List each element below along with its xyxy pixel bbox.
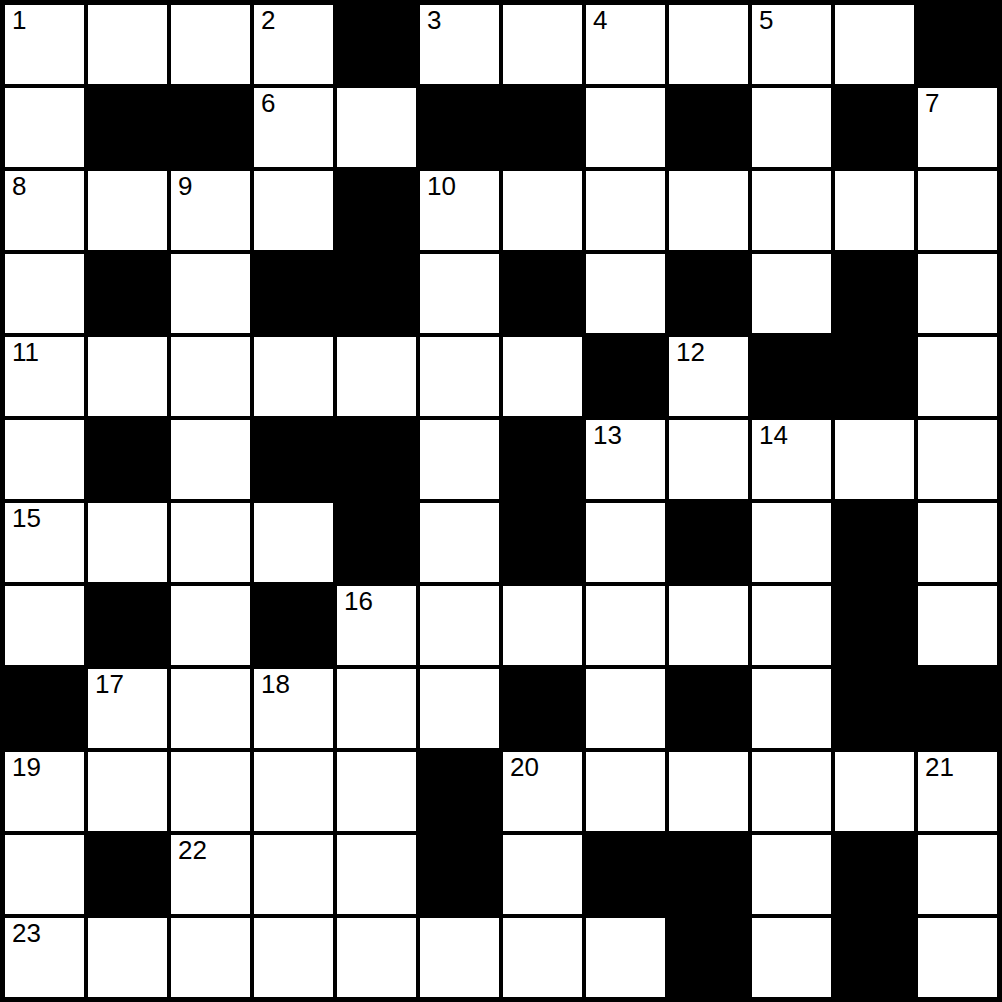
clue-number: 21 [925, 753, 954, 783]
block-cell [669, 918, 748, 997]
clue-number: 22 [178, 836, 207, 866]
block-cell [835, 669, 914, 748]
letter-cell[interactable] [586, 669, 665, 748]
letter-cell[interactable] [835, 5, 914, 84]
block-cell [835, 337, 914, 416]
block-cell [918, 669, 997, 748]
letter-cell[interactable]: 16 [337, 586, 416, 665]
block-cell [669, 835, 748, 914]
block-cell [835, 835, 914, 914]
clue-number: 14 [759, 421, 788, 451]
block-cell [503, 669, 582, 748]
letter-cell[interactable] [752, 171, 831, 250]
letter-cell[interactable]: 17 [88, 669, 167, 748]
letter-cell[interactable]: 8 [5, 171, 84, 250]
clue-number: 2 [261, 6, 275, 36]
clue-number: 23 [12, 919, 41, 949]
letter-cell[interactable] [586, 503, 665, 582]
letter-cell[interactable] [503, 835, 582, 914]
letter-cell[interactable] [918, 337, 997, 416]
block-cell [88, 88, 167, 167]
clue-number: 1 [12, 6, 26, 36]
letter-cell[interactable] [752, 918, 831, 997]
letter-cell[interactable]: 21 [918, 752, 997, 831]
letter-cell[interactable] [918, 420, 997, 499]
block-cell [420, 88, 499, 167]
letter-cell[interactable] [5, 835, 84, 914]
block-cell [669, 669, 748, 748]
letter-cell[interactable]: 6 [254, 88, 333, 167]
letter-cell[interactable] [5, 586, 84, 665]
letter-cell[interactable] [254, 503, 333, 582]
letter-cell[interactable]: 1 [5, 5, 84, 84]
block-cell [337, 420, 416, 499]
letter-cell[interactable] [752, 586, 831, 665]
block-cell [88, 420, 167, 499]
clue-number: 10 [427, 172, 456, 202]
letter-cell[interactable]: 10 [420, 171, 499, 250]
letter-cell[interactable]: 11 [5, 337, 84, 416]
clue-number: 18 [261, 670, 290, 700]
letter-cell[interactable] [5, 420, 84, 499]
letter-cell[interactable] [752, 669, 831, 748]
letter-cell[interactable] [420, 503, 499, 582]
block-cell [88, 254, 167, 333]
letter-cell[interactable] [337, 669, 416, 748]
block-cell [752, 337, 831, 416]
letter-cell[interactable] [5, 88, 84, 167]
block-cell [254, 586, 333, 665]
letter-cell[interactable]: 23 [5, 918, 84, 997]
block-cell [420, 835, 499, 914]
clue-number: 17 [95, 670, 124, 700]
letter-cell[interactable] [337, 88, 416, 167]
letter-cell[interactable] [88, 503, 167, 582]
block-cell [835, 586, 914, 665]
clue-number: 11 [12, 338, 39, 368]
letter-cell[interactable] [586, 752, 665, 831]
letter-cell[interactable]: 2 [254, 5, 333, 84]
clue-number: 16 [344, 587, 373, 617]
letter-cell[interactable] [918, 503, 997, 582]
block-cell [503, 420, 582, 499]
letter-cell[interactable] [5, 254, 84, 333]
block-cell [586, 835, 665, 914]
letter-cell[interactable] [254, 918, 333, 997]
block-cell [254, 254, 333, 333]
block-cell [337, 503, 416, 582]
letter-cell[interactable] [171, 503, 250, 582]
block-cell [88, 586, 167, 665]
letter-cell[interactable] [420, 254, 499, 333]
letter-cell[interactable]: 13 [586, 420, 665, 499]
letter-cell[interactable] [835, 420, 914, 499]
letter-cell[interactable] [752, 254, 831, 333]
clue-number: 20 [510, 753, 539, 783]
letter-cell[interactable]: 7 [918, 88, 997, 167]
letter-cell[interactable] [171, 752, 250, 831]
clue-number: 3 [427, 6, 441, 36]
letter-cell[interactable] [88, 918, 167, 997]
block-cell [918, 5, 997, 84]
letter-cell[interactable] [254, 835, 333, 914]
letter-cell[interactable] [254, 171, 333, 250]
block-cell [835, 254, 914, 333]
letter-cell[interactable] [503, 586, 582, 665]
clue-number: 4 [593, 6, 607, 36]
letter-cell[interactable] [88, 171, 167, 250]
letter-cell[interactable] [752, 88, 831, 167]
letter-cell[interactable] [88, 752, 167, 831]
letter-cell[interactable]: 15 [5, 503, 84, 582]
letter-cell[interactable] [669, 5, 748, 84]
letter-cell[interactable] [918, 254, 997, 333]
block-cell [503, 88, 582, 167]
block-cell [171, 88, 250, 167]
letter-cell[interactable] [171, 586, 250, 665]
letter-cell[interactable]: 20 [503, 752, 582, 831]
letter-cell[interactable] [88, 5, 167, 84]
letter-cell[interactable] [171, 669, 250, 748]
letter-cell[interactable]: 22 [171, 835, 250, 914]
block-cell [669, 88, 748, 167]
letter-cell[interactable] [171, 918, 250, 997]
letter-cell[interactable] [669, 171, 748, 250]
letter-cell[interactable] [669, 752, 748, 831]
crossword-board: 1234567891011121314151617181920212223 [0, 0, 1002, 1002]
letter-cell[interactable] [503, 337, 582, 416]
block-cell [88, 835, 167, 914]
letter-cell[interactable] [586, 586, 665, 665]
letter-cell[interactable] [420, 420, 499, 499]
block-cell [835, 918, 914, 997]
clue-number: 6 [261, 89, 275, 119]
block-cell [503, 254, 582, 333]
letter-cell[interactable] [171, 254, 250, 333]
letter-cell[interactable] [171, 337, 250, 416]
letter-cell[interactable] [254, 752, 333, 831]
letter-cell[interactable] [586, 171, 665, 250]
letter-cell[interactable] [420, 918, 499, 997]
block-cell [669, 254, 748, 333]
letter-cell[interactable] [254, 337, 333, 416]
letter-cell[interactable] [420, 586, 499, 665]
letter-cell[interactable] [918, 918, 997, 997]
letter-cell[interactable] [752, 503, 831, 582]
letter-cell[interactable] [88, 337, 167, 416]
clue-number: 15 [12, 504, 41, 534]
letter-cell[interactable] [337, 752, 416, 831]
letter-cell[interactable] [337, 835, 416, 914]
letter-cell[interactable] [752, 752, 831, 831]
block-cell [835, 503, 914, 582]
letter-cell[interactable] [752, 835, 831, 914]
block-cell [5, 669, 84, 748]
letter-cell[interactable] [503, 171, 582, 250]
letter-cell[interactable] [586, 918, 665, 997]
clue-number: 7 [925, 89, 939, 119]
clue-number: 9 [178, 172, 192, 202]
letter-cell[interactable] [337, 337, 416, 416]
block-cell [835, 88, 914, 167]
letter-cell[interactable] [420, 669, 499, 748]
block-cell [586, 337, 665, 416]
letter-cell[interactable] [586, 88, 665, 167]
clue-number: 19 [12, 753, 41, 783]
letter-cell[interactable] [171, 5, 250, 84]
clue-number: 5 [759, 6, 773, 36]
block-cell [420, 752, 499, 831]
block-cell [254, 420, 333, 499]
letter-cell[interactable] [171, 420, 250, 499]
clue-number: 8 [12, 172, 26, 202]
clue-number: 13 [593, 421, 622, 451]
letter-cell[interactable] [918, 835, 997, 914]
letter-cell[interactable] [337, 918, 416, 997]
letter-cell[interactable]: 3 [420, 5, 499, 84]
clue-number: 12 [676, 338, 705, 368]
letter-cell[interactable] [586, 254, 665, 333]
letter-cell[interactable] [669, 420, 748, 499]
letter-cell[interactable]: 14 [752, 420, 831, 499]
block-cell [669, 503, 748, 582]
letter-cell[interactable]: 12 [669, 337, 748, 416]
letter-cell[interactable] [503, 5, 582, 84]
letter-cell[interactable] [669, 586, 748, 665]
block-cell [337, 171, 416, 250]
letter-cell[interactable]: 5 [752, 5, 831, 84]
block-cell [337, 254, 416, 333]
letter-cell[interactable] [835, 752, 914, 831]
block-cell [337, 5, 416, 84]
letter-cell[interactable] [420, 337, 499, 416]
letter-cell[interactable] [835, 171, 914, 250]
letter-cell[interactable]: 9 [171, 171, 250, 250]
letter-cell[interactable] [918, 586, 997, 665]
letter-cell[interactable] [503, 918, 582, 997]
letter-cell[interactable]: 4 [586, 5, 665, 84]
letter-cell[interactable]: 18 [254, 669, 333, 748]
letter-cell[interactable]: 19 [5, 752, 84, 831]
block-cell [503, 503, 582, 582]
letter-cell[interactable] [918, 171, 997, 250]
